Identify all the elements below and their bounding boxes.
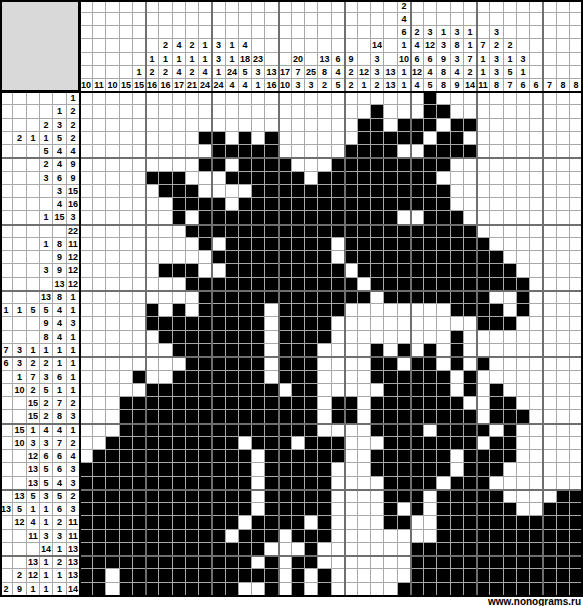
- grid-cell[interactable]: [80, 158, 93, 172]
- grid-cell[interactable]: [239, 211, 252, 225]
- grid-cell[interactable]: [517, 516, 530, 530]
- grid-cell[interactable]: [239, 556, 252, 569]
- grid-cell[interactable]: [345, 304, 358, 317]
- grid-cell[interactable]: [358, 569, 371, 583]
- grid-cell[interactable]: [504, 291, 517, 304]
- grid-cell[interactable]: [146, 569, 159, 583]
- grid-cell[interactable]: [318, 264, 332, 278]
- grid-cell[interactable]: [265, 450, 279, 463]
- grid-cell[interactable]: [106, 371, 120, 384]
- grid-cell[interactable]: [477, 437, 490, 450]
- grid-cell[interactable]: [252, 530, 265, 543]
- grid-cell[interactable]: [358, 424, 371, 437]
- grid-cell[interactable]: [451, 463, 464, 477]
- grid-cell[interactable]: [345, 397, 358, 410]
- grid-cell[interactable]: [451, 437, 464, 450]
- grid-cell[interactable]: [411, 503, 424, 516]
- grid-cell[interactable]: [146, 424, 159, 437]
- grid-cell[interactable]: [93, 304, 106, 317]
- grid-cell[interactable]: [543, 556, 557, 569]
- grid-cell[interactable]: [477, 424, 490, 437]
- grid-cell[interactable]: [345, 503, 358, 516]
- grid-cell[interactable]: [371, 132, 384, 145]
- grid-cell[interactable]: [477, 384, 490, 397]
- grid-cell[interactable]: [477, 371, 490, 384]
- grid-cell[interactable]: [543, 172, 557, 185]
- grid-cell[interactable]: [451, 384, 464, 397]
- grid-cell[interactable]: [173, 397, 186, 410]
- grid-cell[interactable]: [318, 132, 332, 145]
- grid-cell[interactable]: [80, 437, 93, 450]
- grid-cell[interactable]: [120, 437, 133, 450]
- grid-cell[interactable]: [265, 463, 279, 477]
- grid-cell[interactable]: [318, 158, 332, 172]
- grid-cell[interactable]: [186, 238, 199, 251]
- grid-cell[interactable]: [345, 569, 358, 583]
- grid-cell[interactable]: [437, 158, 451, 172]
- grid-cell[interactable]: [318, 357, 332, 371]
- grid-cell[interactable]: [543, 211, 557, 225]
- grid-cell[interactable]: [490, 371, 504, 384]
- grid-cell[interactable]: [305, 410, 318, 424]
- grid-cell[interactable]: [504, 397, 517, 410]
- grid-cell[interactable]: [80, 357, 93, 371]
- grid-cell[interactable]: [543, 463, 557, 477]
- grid-cell[interactable]: [305, 119, 318, 132]
- grid-cell[interactable]: [106, 304, 120, 317]
- grid-cell[interactable]: [93, 410, 106, 424]
- grid-cell[interactable]: [279, 384, 292, 397]
- grid-cell[interactable]: [279, 238, 292, 251]
- grid-cell[interactable]: [490, 410, 504, 424]
- grid-cell[interactable]: [226, 238, 239, 251]
- grid-cell[interactable]: [411, 132, 424, 145]
- grid-cell[interactable]: [517, 238, 530, 251]
- grid-cell[interactable]: [80, 331, 93, 344]
- grid-cell[interactable]: [146, 185, 159, 198]
- grid-cell[interactable]: [437, 530, 451, 543]
- grid-cell[interactable]: [173, 185, 186, 198]
- grid-cell[interactable]: [186, 530, 199, 543]
- grid-cell[interactable]: [212, 119, 226, 132]
- grid-cell[interactable]: [504, 132, 517, 145]
- grid-cell[interactable]: [557, 158, 570, 172]
- grid-cell[interactable]: [80, 251, 93, 264]
- grid-cell[interactable]: [292, 450, 305, 463]
- grid-cell[interactable]: [384, 463, 398, 477]
- grid-cell[interactable]: [239, 317, 252, 331]
- grid-cell[interactable]: [504, 463, 517, 477]
- grid-cell[interactable]: [384, 225, 398, 238]
- grid-cell[interactable]: [411, 397, 424, 410]
- grid-cell[interactable]: [557, 490, 570, 503]
- grid-cell[interactable]: [451, 225, 464, 238]
- grid-cell[interactable]: [451, 132, 464, 145]
- grid-cell[interactable]: [173, 211, 186, 225]
- grid-cell[interactable]: [437, 410, 451, 424]
- grid-cell[interactable]: [358, 397, 371, 410]
- grid-cell[interactable]: [212, 291, 226, 304]
- grid-cell[interactable]: [173, 503, 186, 516]
- grid-cell[interactable]: [212, 158, 226, 172]
- grid-cell[interactable]: [345, 92, 358, 105]
- grid-cell[interactable]: [106, 437, 120, 450]
- grid-cell[interactable]: [504, 424, 517, 437]
- grid-cell[interactable]: [120, 238, 133, 251]
- grid-cell[interactable]: [265, 516, 279, 530]
- grid-cell[interactable]: [265, 158, 279, 172]
- grid-cell[interactable]: [504, 437, 517, 450]
- grid-cell[interactable]: [451, 291, 464, 304]
- grid-cell[interactable]: [371, 119, 384, 132]
- grid-cell[interactable]: [239, 384, 252, 397]
- grid-cell[interactable]: [159, 516, 173, 530]
- grid-cell[interactable]: [93, 158, 106, 172]
- grid-cell[interactable]: [424, 264, 437, 278]
- grid-cell[interactable]: [146, 158, 159, 172]
- grid-cell[interactable]: [490, 397, 504, 410]
- grid-cell[interactable]: [345, 225, 358, 238]
- grid-cell[interactable]: [543, 424, 557, 437]
- grid-cell[interactable]: [557, 105, 570, 119]
- grid-cell[interactable]: [226, 119, 239, 132]
- grid-cell[interactable]: [371, 238, 384, 251]
- grid-cell[interactable]: [159, 158, 173, 172]
- grid-cell[interactable]: [120, 172, 133, 185]
- grid-cell[interactable]: [517, 397, 530, 410]
- grid-cell[interactable]: [106, 132, 120, 145]
- grid-cell[interactable]: [239, 172, 252, 185]
- grid-cell[interactable]: [292, 238, 305, 251]
- grid-cell[interactable]: [490, 490, 504, 503]
- grid-cell[interactable]: [265, 317, 279, 331]
- grid-cell[interactable]: [477, 304, 490, 317]
- grid-cell[interactable]: [80, 185, 93, 198]
- grid-cell[interactable]: [517, 211, 530, 225]
- grid-cell[interactable]: [146, 410, 159, 424]
- grid-cell[interactable]: [146, 371, 159, 384]
- grid-cell[interactable]: [93, 251, 106, 264]
- grid-cell[interactable]: [265, 185, 279, 198]
- grid-cell[interactable]: [504, 317, 517, 331]
- grid-cell[interactable]: [371, 397, 384, 410]
- grid-cell[interactable]: [490, 556, 504, 569]
- grid-cell[interactable]: [159, 291, 173, 304]
- grid-cell[interactable]: [504, 516, 517, 530]
- grid-cell[interactable]: [318, 450, 332, 463]
- grid-cell[interactable]: [173, 450, 186, 463]
- grid-cell[interactable]: [517, 569, 530, 583]
- grid-cell[interactable]: [279, 397, 292, 410]
- grid-cell[interactable]: [318, 516, 332, 530]
- grid-cell[interactable]: [504, 410, 517, 424]
- grid-cell[interactable]: [557, 304, 570, 317]
- grid-cell[interactable]: [384, 384, 398, 397]
- grid-cell[interactable]: [543, 516, 557, 530]
- grid-cell[interactable]: [345, 317, 358, 331]
- grid-cell[interactable]: [504, 331, 517, 344]
- grid-cell[interactable]: [279, 172, 292, 185]
- grid-cell[interactable]: [477, 119, 490, 132]
- grid-cell[interactable]: [146, 92, 159, 105]
- grid-cell[interactable]: [437, 397, 451, 410]
- grid-cell[interactable]: [120, 119, 133, 132]
- grid-cell[interactable]: [424, 357, 437, 371]
- grid-cell[interactable]: [146, 304, 159, 317]
- grid-cell[interactable]: [490, 211, 504, 225]
- grid-cell[interactable]: [477, 198, 490, 211]
- grid-cell[interactable]: [93, 384, 106, 397]
- grid-cell[interactable]: [358, 530, 371, 543]
- grid-cell[interactable]: [226, 132, 239, 145]
- grid-cell[interactable]: [345, 185, 358, 198]
- grid-cell[interactable]: [252, 424, 265, 437]
- grid-cell[interactable]: [93, 371, 106, 384]
- grid-cell[interactable]: [345, 463, 358, 477]
- grid-cell[interactable]: [292, 530, 305, 543]
- grid-cell[interactable]: [212, 384, 226, 397]
- grid-cell[interactable]: [265, 371, 279, 384]
- grid-cell[interactable]: [305, 569, 318, 583]
- grid-cell[interactable]: [173, 251, 186, 264]
- grid-cell[interactable]: [543, 357, 557, 371]
- grid-cell[interactable]: [411, 291, 424, 304]
- grid-cell[interactable]: [186, 384, 199, 397]
- grid-cell[interactable]: [146, 225, 159, 238]
- grid-cell[interactable]: [517, 463, 530, 477]
- grid-cell[interactable]: [159, 105, 173, 119]
- grid-cell[interactable]: [371, 185, 384, 198]
- grid-cell[interactable]: [490, 105, 504, 119]
- grid-cell[interactable]: [517, 424, 530, 437]
- grid-cell[interactable]: [318, 331, 332, 344]
- grid-cell[interactable]: [371, 304, 384, 317]
- grid-cell[interactable]: [252, 357, 265, 371]
- grid-cell[interactable]: [517, 304, 530, 317]
- grid-cell[interactable]: [437, 119, 451, 132]
- grid-cell[interactable]: [517, 291, 530, 304]
- grid-cell[interactable]: [212, 357, 226, 371]
- grid-cell[interactable]: [106, 424, 120, 437]
- grid-cell[interactable]: [358, 158, 371, 172]
- grid-cell[interactable]: [490, 251, 504, 264]
- grid-cell[interactable]: [226, 463, 239, 477]
- grid-cell[interactable]: [252, 251, 265, 264]
- grid-cell[interactable]: [226, 198, 239, 211]
- grid-cell[interactable]: [504, 569, 517, 583]
- grid-cell[interactable]: [186, 317, 199, 331]
- grid-cell[interactable]: [411, 331, 424, 344]
- grid-cell[interactable]: [543, 238, 557, 251]
- grid-cell[interactable]: [173, 158, 186, 172]
- grid-cell[interactable]: [279, 291, 292, 304]
- grid-cell[interactable]: [517, 357, 530, 371]
- grid-cell[interactable]: [120, 251, 133, 264]
- grid-cell[interactable]: [265, 490, 279, 503]
- grid-cell[interactable]: [437, 172, 451, 185]
- grid-cell[interactable]: [557, 371, 570, 384]
- grid-cell[interactable]: [279, 251, 292, 264]
- grid-cell[interactable]: [279, 357, 292, 371]
- grid-cell[interactable]: [384, 556, 398, 569]
- grid-cell[interactable]: [424, 424, 437, 437]
- grid-cell[interactable]: [239, 397, 252, 410]
- grid-cell[interactable]: [212, 132, 226, 145]
- grid-cell[interactable]: [424, 384, 437, 397]
- grid-cell[interactable]: [279, 437, 292, 450]
- grid-cell[interactable]: [437, 503, 451, 516]
- grid-cell[interactable]: [345, 211, 358, 225]
- grid-cell[interactable]: [146, 490, 159, 503]
- grid-cell[interactable]: [80, 317, 93, 331]
- grid-cell[interactable]: [120, 516, 133, 530]
- grid-cell[interactable]: [279, 463, 292, 477]
- grid-cell[interactable]: [305, 503, 318, 516]
- grid-cell[interactable]: [451, 251, 464, 264]
- grid-cell[interactable]: [371, 384, 384, 397]
- grid-cell[interactable]: [173, 225, 186, 238]
- grid-cell[interactable]: [371, 530, 384, 543]
- grid-cell[interactable]: [80, 463, 93, 477]
- grid-cell[interactable]: [239, 371, 252, 384]
- grid-cell[interactable]: [186, 119, 199, 132]
- grid-cell[interactable]: [239, 357, 252, 371]
- grid-cell[interactable]: [186, 211, 199, 225]
- grid-cell[interactable]: [504, 238, 517, 251]
- grid-cell[interactable]: [252, 291, 265, 304]
- grid-cell[interactable]: [120, 397, 133, 410]
- grid-cell[interactable]: [292, 384, 305, 397]
- grid-cell[interactable]: [477, 450, 490, 463]
- grid-cell[interactable]: [305, 437, 318, 450]
- grid-cell[interactable]: [80, 556, 93, 569]
- grid-cell[interactable]: [371, 198, 384, 211]
- grid-cell[interactable]: [318, 211, 332, 225]
- grid-cell[interactable]: [186, 410, 199, 424]
- grid-cell[interactable]: [345, 450, 358, 463]
- grid-cell[interactable]: [252, 304, 265, 317]
- grid-cell[interactable]: [173, 304, 186, 317]
- grid-cell[interactable]: [252, 437, 265, 450]
- grid-cell[interactable]: [490, 291, 504, 304]
- grid-cell[interactable]: [226, 172, 239, 185]
- grid-cell[interactable]: [159, 450, 173, 463]
- grid-cell[interactable]: [517, 503, 530, 516]
- grid-cell[interactable]: [371, 569, 384, 583]
- grid-cell[interactable]: [411, 211, 424, 225]
- grid-cell[interactable]: [120, 331, 133, 344]
- grid-cell[interactable]: [345, 105, 358, 119]
- grid-cell[interactable]: [358, 410, 371, 424]
- grid-cell[interactable]: [252, 185, 265, 198]
- grid-cell[interactable]: [80, 503, 93, 516]
- grid-cell[interactable]: [437, 556, 451, 569]
- grid-cell[interactable]: [345, 264, 358, 278]
- grid-cell[interactable]: [305, 384, 318, 397]
- grid-cell[interactable]: [159, 530, 173, 543]
- grid-cell[interactable]: [384, 185, 398, 198]
- grid-cell[interactable]: [93, 397, 106, 410]
- grid-cell[interactable]: [305, 172, 318, 185]
- grid-cell[interactable]: [106, 105, 120, 119]
- grid-cell[interactable]: [239, 251, 252, 264]
- grid-cell[interactable]: [504, 198, 517, 211]
- grid-cell[interactable]: [146, 317, 159, 331]
- grid-cell[interactable]: [318, 291, 332, 304]
- grid-cell[interactable]: [106, 516, 120, 530]
- grid-cell[interactable]: [212, 410, 226, 424]
- grid-cell[interactable]: [318, 172, 332, 185]
- grid-cell[interactable]: [517, 410, 530, 424]
- grid-cell[interactable]: [80, 132, 93, 145]
- grid-cell[interactable]: [120, 317, 133, 331]
- grid-cell[interactable]: [159, 172, 173, 185]
- grid-cell[interactable]: [120, 450, 133, 463]
- grid-cell[interactable]: [159, 371, 173, 384]
- grid-cell[interactable]: [252, 490, 265, 503]
- grid-cell[interactable]: [517, 371, 530, 384]
- grid-cell[interactable]: [517, 556, 530, 569]
- grid-cell[interactable]: [186, 291, 199, 304]
- grid-cell[interactable]: [384, 569, 398, 583]
- grid-cell[interactable]: [212, 105, 226, 119]
- grid-cell[interactable]: [371, 331, 384, 344]
- grid-cell[interactable]: [305, 516, 318, 530]
- grid-cell[interactable]: [384, 304, 398, 317]
- grid-cell[interactable]: [358, 384, 371, 397]
- grid-cell[interactable]: [252, 211, 265, 225]
- grid-cell[interactable]: [106, 397, 120, 410]
- grid-cell[interactable]: [159, 424, 173, 437]
- grid-cell[interactable]: [226, 317, 239, 331]
- grid-cell[interactable]: [411, 569, 424, 583]
- grid-cell[interactable]: [384, 530, 398, 543]
- grid-cell[interactable]: [451, 317, 464, 331]
- grid-cell[interactable]: [159, 317, 173, 331]
- grid-cell[interactable]: [252, 371, 265, 384]
- grid-cell[interactable]: [305, 225, 318, 238]
- grid-cell[interactable]: [437, 105, 451, 119]
- grid-cell[interactable]: [517, 490, 530, 503]
- grid-cell[interactable]: [80, 424, 93, 437]
- grid-cell[interactable]: [93, 185, 106, 198]
- grid-cell[interactable]: [186, 503, 199, 516]
- grid-cell[interactable]: [437, 251, 451, 264]
- grid-cell[interactable]: [557, 331, 570, 344]
- grid-cell[interactable]: [437, 463, 451, 477]
- grid-cell[interactable]: [437, 490, 451, 503]
- grid-cell[interactable]: [120, 371, 133, 384]
- grid-cell[interactable]: [305, 251, 318, 264]
- grid-cell[interactable]: [424, 225, 437, 238]
- grid-cell[interactable]: [120, 530, 133, 543]
- grid-cell[interactable]: [279, 556, 292, 569]
- grid-cell[interactable]: [517, 158, 530, 172]
- grid-cell[interactable]: [226, 105, 239, 119]
- grid-cell[interactable]: [80, 105, 93, 119]
- grid-cell[interactable]: [292, 172, 305, 185]
- grid-cell[interactable]: [173, 569, 186, 583]
- grid-cell[interactable]: [437, 185, 451, 198]
- grid-cell[interactable]: [557, 185, 570, 198]
- grid-cell[interactable]: [120, 211, 133, 225]
- grid-cell[interactable]: [490, 424, 504, 437]
- grid-cell[interactable]: [252, 317, 265, 331]
- grid-cell[interactable]: [517, 185, 530, 198]
- grid-cell[interactable]: [490, 357, 504, 371]
- grid-cell[interactable]: [93, 172, 106, 185]
- grid-cell[interactable]: [226, 357, 239, 371]
